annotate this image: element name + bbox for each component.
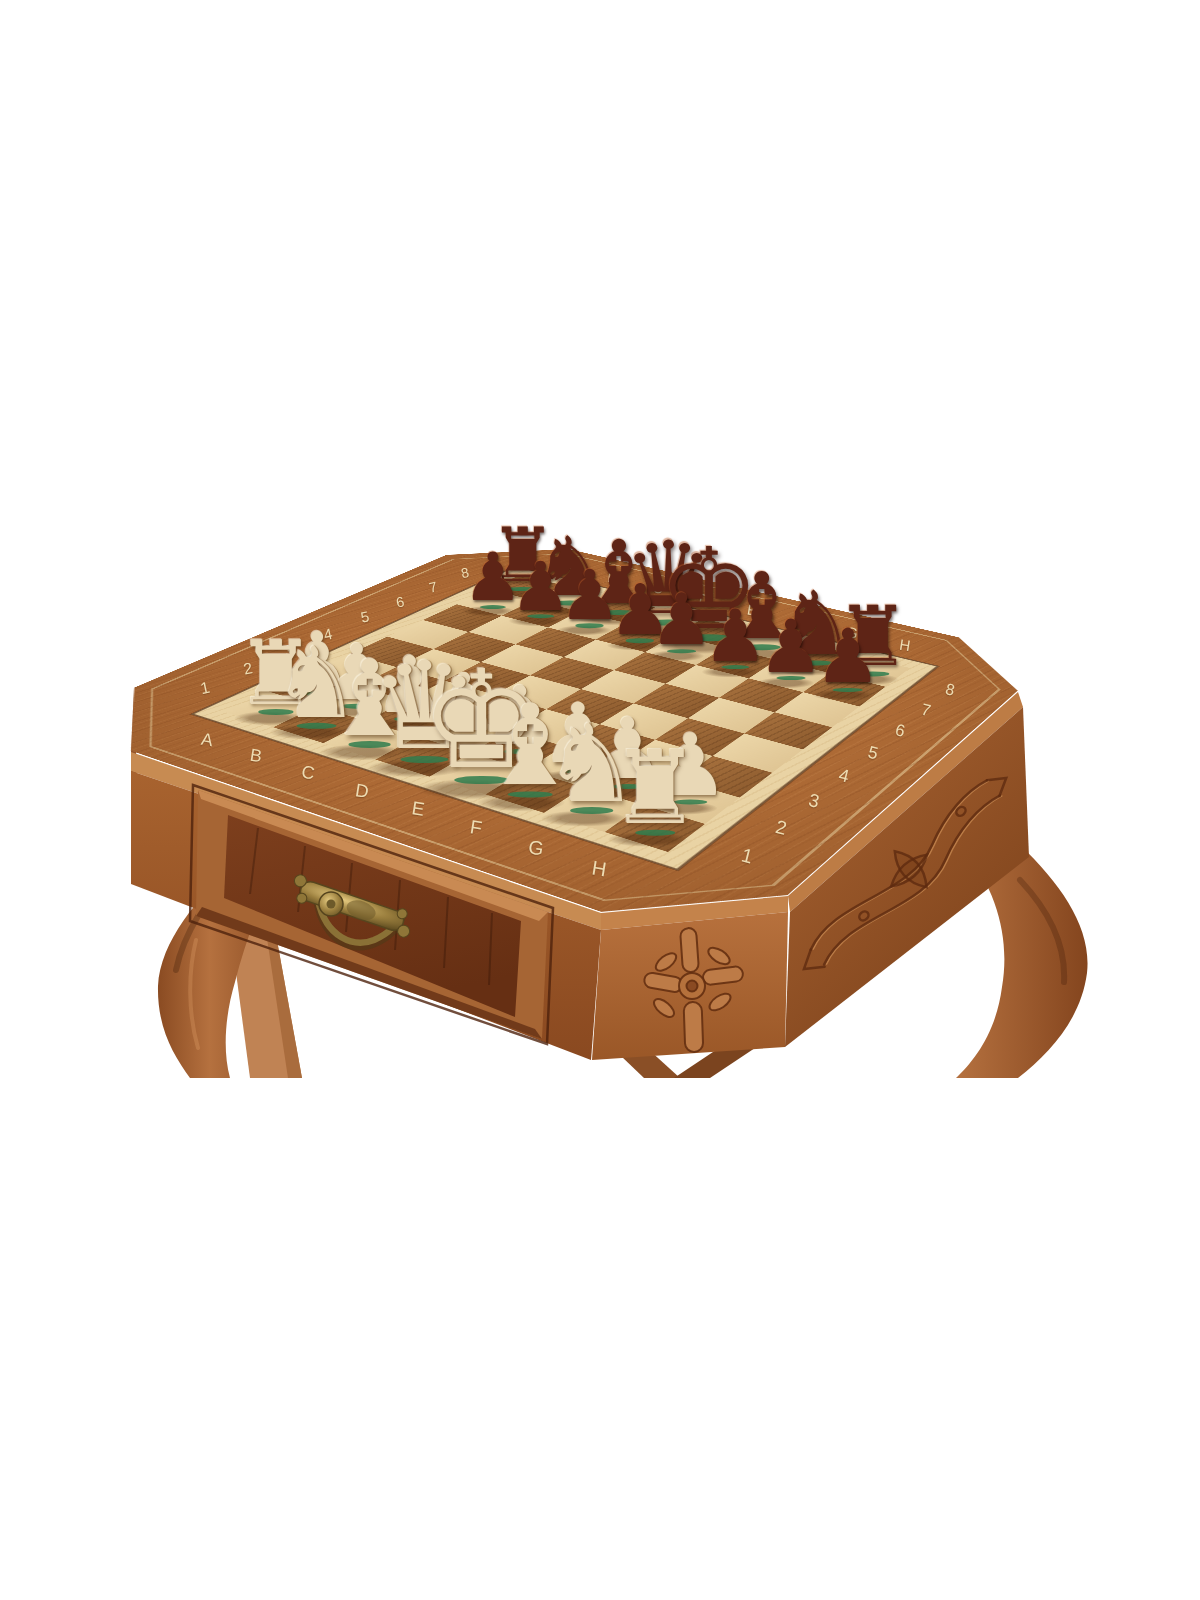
chess-table-photo: AABBCCDDEEFFGGHH1122334455667788 ♜♞♝♛♚♝♞… xyxy=(0,0,1200,1600)
